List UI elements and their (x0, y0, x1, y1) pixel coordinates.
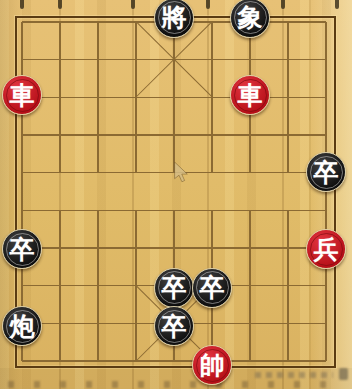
piece-glyph: 象 (238, 5, 263, 30)
piece-red-soldier[interactable]: 兵 (306, 229, 346, 269)
piece-black-soldier[interactable]: 卒 (2, 229, 42, 269)
piece-glyph: 帥 (200, 353, 225, 378)
top-edge-tick (206, 0, 210, 9)
grid-line-vertical (287, 210, 288, 361)
piece-glyph: 卒 (162, 275, 187, 300)
grid-line-vertical (173, 22, 174, 173)
piece-glyph: 卒 (10, 237, 35, 262)
mouse-cursor-icon (174, 162, 190, 183)
piece-red-chariot[interactable]: 車 (2, 75, 42, 115)
piece-black-cannon[interactable]: 炮 (2, 306, 42, 346)
piece-glyph: 炮 (10, 314, 35, 339)
grid-line-vertical (287, 22, 288, 173)
xiangqi-board: 將象車車卒卒兵卒卒炮卒帥 (0, 0, 352, 389)
piece-red-chariot[interactable]: 車 (230, 75, 270, 115)
grid-line-vertical (59, 22, 60, 173)
piece-glyph: 車 (10, 83, 35, 108)
piece-glyph: 將 (162, 5, 187, 30)
piece-glyph: 卒 (162, 314, 187, 339)
top-edge-tick (335, 0, 339, 9)
piece-black-soldier[interactable]: 卒 (154, 306, 194, 346)
grid-line-vertical (97, 210, 98, 361)
piece-glyph: 兵 (314, 237, 339, 262)
piece-glyph: 卒 (200, 275, 225, 300)
bottom-edge-smudges (8, 381, 344, 388)
grid-line-vertical (59, 210, 60, 361)
grid-line-vertical (97, 22, 98, 173)
grid-line-vertical (249, 210, 250, 361)
top-edge-tick (20, 0, 24, 9)
watermark (255, 370, 350, 380)
piece-red-general[interactable]: 帥 (192, 345, 232, 385)
top-edge-tick (281, 0, 285, 9)
top-edge-tick (58, 0, 62, 9)
watermark-mark (339, 368, 348, 380)
piece-glyph: 卒 (314, 160, 339, 185)
piece-glyph: 車 (238, 83, 263, 108)
watermark-smudge (255, 372, 333, 378)
piece-black-soldier[interactable]: 卒 (192, 268, 232, 308)
piece-black-soldier[interactable]: 卒 (154, 268, 194, 308)
piece-black-soldier[interactable]: 卒 (306, 152, 346, 192)
top-edge-tick (131, 0, 135, 9)
